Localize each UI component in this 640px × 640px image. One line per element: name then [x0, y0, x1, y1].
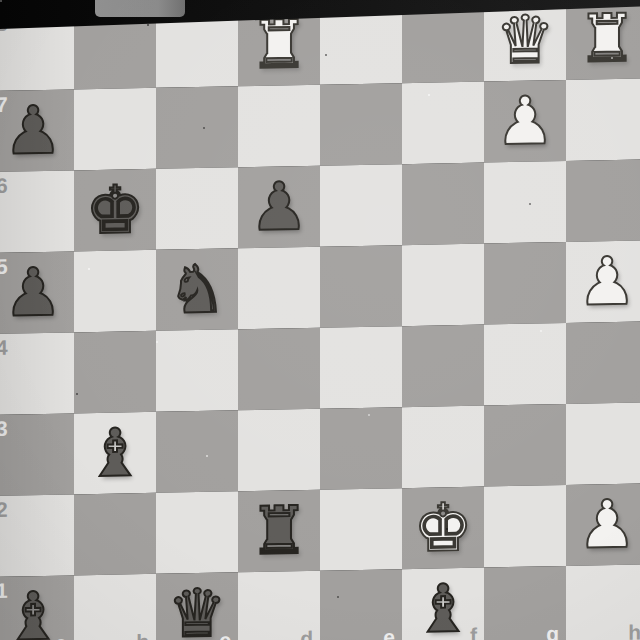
rank-label-5: 5 [0, 256, 8, 277]
square-e6[interactable] [320, 164, 402, 247]
square-g6[interactable] [484, 161, 566, 244]
square-e4[interactable] [320, 326, 402, 409]
square-e7[interactable] [320, 83, 402, 166]
square-g3[interactable] [484, 404, 566, 487]
chess-app-screenshot: 8♜♛♜♟7♟6♚♟♟5♞♟43♝2♜♚♟♝1ab♛cde♝fgh [0, 0, 640, 640]
square-f4[interactable] [402, 325, 484, 408]
top-bezel-notch [95, 0, 185, 17]
square-b5[interactable] [74, 250, 156, 333]
square-d2[interactable]: ♜ [238, 490, 320, 573]
rank-label-3: 3 [0, 418, 8, 439]
square-a2[interactable]: 2 [0, 494, 74, 577]
square-e2[interactable] [320, 488, 402, 571]
square-f1[interactable]: ♝f [402, 568, 484, 640]
square-h2[interactable]: ♟ [566, 483, 640, 566]
square-a3[interactable]: 3 [0, 413, 74, 496]
file-label-h: h [628, 622, 640, 640]
piece-black-bishop[interactable]: ♝ [413, 575, 472, 640]
piece-black-pawn[interactable]: ♟ [249, 173, 308, 240]
square-c2[interactable] [156, 491, 238, 574]
rank-label-4: 4 [0, 337, 8, 358]
piece-white-pawn[interactable]: ♟ [577, 491, 636, 558]
square-c1[interactable]: ♛c [156, 572, 238, 640]
square-f5[interactable] [402, 244, 484, 327]
rank-label-2: 2 [0, 499, 8, 520]
piece-black-pawn[interactable]: ♟ [3, 259, 62, 326]
piece-black-pawn[interactable]: ♟ [3, 97, 62, 164]
chess-board: 8♜♛♜♟7♟6♚♟♟5♞♟43♝2♜♚♟♝1ab♛cde♝fgh [0, 0, 640, 640]
square-e1[interactable]: e [320, 569, 402, 640]
file-label-b: b [136, 631, 149, 640]
square-h6[interactable] [566, 159, 640, 242]
square-a7[interactable]: ♟7 [0, 89, 74, 172]
piece-black-knight[interactable]: ♞ [167, 256, 226, 323]
square-c5[interactable]: ♞ [156, 248, 238, 331]
piece-white-pawn[interactable]: ♟ [577, 248, 636, 315]
square-d1[interactable]: d [238, 571, 320, 640]
square-e5[interactable] [320, 245, 402, 328]
square-h7[interactable] [566, 78, 640, 161]
piece-white-rook[interactable]: ♜ [577, 5, 636, 72]
square-a4[interactable]: 4 [0, 332, 74, 415]
square-b6[interactable]: ♚ [74, 169, 156, 252]
square-g2[interactable] [484, 485, 566, 568]
square-h1[interactable]: h [566, 564, 640, 640]
square-g8[interactable]: ♛ [484, 0, 566, 82]
file-label-g: g [546, 623, 559, 640]
square-g1[interactable]: g [484, 566, 566, 640]
rank-label-7: 7 [0, 94, 8, 115]
square-d6[interactable]: ♟ [238, 166, 320, 249]
piece-black-queen[interactable]: ♛ [167, 580, 226, 640]
piece-white-king[interactable]: ♚ [413, 494, 472, 561]
square-g7[interactable]: ♟ [484, 80, 566, 163]
square-h3[interactable] [566, 402, 640, 485]
square-h8[interactable]: ♜ [566, 0, 640, 80]
board-wrap: 8♜♛♜♟7♟6♚♟♟5♞♟43♝2♜♚♟♝1ab♛cde♝fgh [0, 0, 640, 640]
file-label-f: f [470, 625, 477, 640]
square-c6[interactable] [156, 167, 238, 250]
piece-white-rook[interactable]: ♜ [249, 11, 308, 78]
square-f3[interactable] [402, 406, 484, 489]
square-e3[interactable] [320, 407, 402, 490]
square-d3[interactable] [238, 409, 320, 492]
square-b3[interactable]: ♝ [74, 412, 156, 495]
square-c4[interactable] [156, 329, 238, 412]
rank-label-1: 1 [0, 580, 8, 601]
piece-black-rook[interactable]: ♜ [249, 497, 308, 564]
file-label-d: d [300, 628, 313, 640]
file-label-a: a [55, 633, 67, 640]
piece-black-king[interactable]: ♚ [85, 177, 144, 244]
piece-white-pawn[interactable]: ♟ [495, 88, 554, 155]
square-h4[interactable] [566, 321, 640, 404]
piece-black-bishop[interactable]: ♝ [3, 583, 62, 640]
rank-label-6: 6 [0, 175, 8, 196]
square-a6[interactable]: 6 [0, 170, 74, 253]
file-label-c: c [219, 629, 231, 640]
square-a1[interactable]: ♝1a [0, 575, 74, 640]
file-label-e: e [383, 626, 395, 640]
square-d7[interactable] [238, 85, 320, 168]
square-f6[interactable] [402, 163, 484, 246]
square-f2[interactable]: ♚ [402, 487, 484, 570]
square-g4[interactable] [484, 323, 566, 406]
square-d5[interactable] [238, 247, 320, 330]
square-b2[interactable] [74, 493, 156, 576]
square-f7[interactable] [402, 82, 484, 165]
square-b4[interactable] [74, 331, 156, 414]
square-c7[interactable] [156, 86, 238, 169]
square-g5[interactable] [484, 242, 566, 325]
square-c3[interactable] [156, 410, 238, 493]
piece-black-bishop[interactable]: ♝ [85, 420, 144, 487]
square-a5[interactable]: ♟5 [0, 251, 74, 334]
piece-white-queen[interactable]: ♛ [495, 7, 554, 74]
square-d4[interactable] [238, 328, 320, 411]
square-b1[interactable]: b [74, 574, 156, 640]
square-b7[interactable] [74, 88, 156, 171]
square-h5[interactable]: ♟ [566, 240, 640, 323]
